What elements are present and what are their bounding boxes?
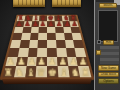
square-h2[interactable]: ♟	[76, 56, 88, 66]
list-item[interactable]	[100, 61, 119, 64]
square-d3[interactable]	[37, 48, 47, 57]
undo-move-button[interactable]: Undo Move	[98, 72, 119, 77]
piece-white-pawn[interactable]: ♟	[57, 57, 67, 68]
square-d4[interactable]	[38, 40, 47, 48]
square-d6[interactable]	[39, 27, 47, 33]
board-grid: ♜♞♝♛♚♝♞♜♟♟♟♟♟♟♟♟♟♟♟♟♟♟♟♟♜♞♝♛♚♝♞♜	[3, 16, 92, 77]
piece-black-pawn[interactable]: ♟	[39, 19, 47, 27]
sidebar-header	[96, 0, 114, 2]
piece-white-knight[interactable]: ♞	[14, 67, 25, 78]
square-g3[interactable]	[65, 48, 76, 57]
player-color-swatch[interactable]	[96, 50, 101, 55]
hint-button[interactable]: Hint	[103, 40, 114, 45]
piece-white-pawn[interactable]: ♟	[47, 57, 57, 68]
square-e3[interactable]	[47, 48, 57, 57]
piece-white-pawn[interactable]: ♟	[5, 57, 15, 68]
square-e7[interactable]: ♟	[47, 21, 55, 27]
piece-white-rook[interactable]: ♜	[80, 67, 91, 78]
new-game-button[interactable]: New Game	[98, 65, 119, 71]
move-list	[98, 10, 118, 42]
board-scene: ♜♞♝♛♚♝♞♜♟♟♟♟♟♟♟♟♟♟♟♟♟♟♟♟♜♞♝♛♚♝♞♜	[0, 0, 94, 90]
piece-white-bishop[interactable]: ♝	[58, 67, 69, 78]
piece-black-pawn[interactable]: ♟	[63, 19, 71, 27]
piece-black-pawn[interactable]: ♟	[71, 19, 79, 27]
square-h5[interactable]	[72, 33, 82, 40]
square-g2[interactable]: ♟	[67, 56, 79, 66]
square-e1[interactable]: ♚	[47, 66, 58, 77]
piece-black-pawn[interactable]: ♟	[55, 19, 63, 27]
square-f2[interactable]: ♟	[57, 56, 68, 66]
square-d1[interactable]: ♛	[36, 66, 47, 77]
piece-white-rook[interactable]: ♜	[3, 67, 14, 78]
move-list-title-button[interactable]: Moves	[99, 3, 117, 8]
square-h6[interactable]	[71, 27, 81, 33]
sidebar: Moves Hint New Game Undo Move Options	[94, 0, 120, 90]
square-f1[interactable]: ♝	[57, 66, 69, 77]
square-g4[interactable]	[65, 40, 75, 48]
square-e2[interactable]: ♟	[47, 56, 57, 66]
square-f3[interactable]	[56, 48, 66, 57]
board-frame-front	[2, 79, 92, 84]
square-d2[interactable]: ♟	[37, 56, 47, 66]
piece-white-pawn[interactable]: ♟	[78, 57, 88, 68]
piece-black-pawn[interactable]: ♟	[23, 19, 31, 27]
chess-board[interactable]: ♜♞♝♛♚♝♞♜♟♟♟♟♟♟♟♟♟♟♟♟♟♟♟♟♜♞♝♛♚♝♞♜	[0, 15, 95, 80]
piece-white-bishop[interactable]: ♝	[25, 67, 36, 78]
settings-list	[100, 46, 119, 64]
square-b1[interactable]: ♞	[14, 66, 26, 77]
square-g7[interactable]: ♟	[62, 21, 71, 27]
piece-white-king[interactable]: ♚	[47, 67, 58, 78]
piece-white-knight[interactable]: ♞	[69, 67, 80, 78]
board-3d-area: ♜♞♝♛♚♝♞♜♟♟♟♟♟♟♟♟♟♟♟♟♟♟♟♟♜♞♝♛♚♝♞♜	[0, 0, 94, 90]
piece-black-pawn[interactable]: ♟	[47, 19, 55, 27]
square-d7[interactable]: ♟	[39, 21, 47, 27]
piece-white-pawn[interactable]: ♟	[68, 57, 78, 68]
piece-white-queen[interactable]: ♛	[36, 67, 47, 78]
options-button[interactable]: Options	[98, 78, 119, 84]
square-h1[interactable]: ♜	[78, 66, 91, 77]
square-e4[interactable]	[47, 40, 56, 48]
square-h7[interactable]: ♟	[70, 21, 79, 27]
square-g1[interactable]: ♞	[68, 66, 80, 77]
square-h4[interactable]	[73, 40, 84, 48]
square-h3[interactable]	[75, 48, 86, 57]
piece-white-pawn[interactable]: ♟	[16, 57, 26, 68]
piece-white-pawn[interactable]: ♟	[26, 57, 36, 68]
square-f4[interactable]	[56, 40, 66, 48]
piece-black-pawn[interactable]: ♟	[15, 19, 23, 27]
piece-white-pawn[interactable]: ♟	[37, 57, 47, 68]
chess-app-window: ♜♞♝♛♚♝♞♜♟♟♟♟♟♟♟♟♟♟♟♟♟♟♟♟♜♞♝♛♚♝♞♜ Moves H…	[0, 0, 120, 90]
square-c3[interactable]	[27, 48, 37, 57]
hint-checkbox[interactable]	[97, 40, 101, 44]
square-b2[interactable]: ♟	[16, 56, 28, 66]
square-d5[interactable]	[38, 33, 47, 40]
square-f7[interactable]: ♟	[55, 21, 63, 27]
